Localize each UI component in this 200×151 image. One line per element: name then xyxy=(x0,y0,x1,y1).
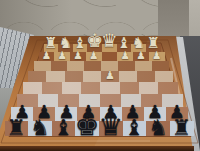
square xyxy=(100,94,121,107)
chess-piece-white-knight: ♞ xyxy=(59,36,72,51)
square: ♜ xyxy=(170,121,194,136)
square xyxy=(65,71,83,82)
square xyxy=(79,94,100,107)
square: ♟ xyxy=(100,107,122,121)
square: ♝ xyxy=(52,121,76,136)
square xyxy=(42,82,61,94)
chess-piece-white-pawn: ♟ xyxy=(89,50,98,61)
square: ♞ xyxy=(28,121,52,136)
chess-piece-black-rook: ♜ xyxy=(6,117,26,139)
square xyxy=(101,61,118,71)
square xyxy=(34,61,51,71)
square xyxy=(158,82,177,94)
square: ♛ xyxy=(102,44,117,52)
chess-piece-black-knight: ♞ xyxy=(148,117,168,139)
square: ♟ xyxy=(166,107,188,121)
square xyxy=(84,61,101,71)
square xyxy=(102,52,118,61)
chess-piece-white-bishop: ♝ xyxy=(117,36,130,51)
chess-piece-black-bishop: ♝ xyxy=(125,117,145,139)
square xyxy=(100,82,119,94)
square: ♝ xyxy=(73,44,88,52)
square: ♟ xyxy=(54,52,70,61)
square xyxy=(139,82,158,94)
square: ♞ xyxy=(131,44,146,52)
square xyxy=(51,61,68,71)
square xyxy=(121,94,142,107)
square xyxy=(152,61,169,71)
board-rank-2: ♟♟♟♟♟♟♟ xyxy=(39,52,165,61)
chess-piece-white-knight: ♞ xyxy=(132,36,145,51)
board-rank-6 xyxy=(17,94,183,107)
square: ♞ xyxy=(58,44,73,52)
chess-piece-white-pawn: ♟ xyxy=(58,50,67,61)
square: ♜ xyxy=(44,44,59,52)
square: ♟ xyxy=(122,107,144,121)
chess-piece-white-bishop: ♝ xyxy=(73,36,86,51)
board-rank-4: ♟ xyxy=(28,71,173,82)
board-rank-3 xyxy=(34,61,169,71)
square xyxy=(81,82,100,94)
square: ♜ xyxy=(146,44,161,52)
chess-piece-black-knight: ♞ xyxy=(30,117,50,139)
square xyxy=(62,82,81,94)
chess-piece-white-pawn: ♟ xyxy=(136,50,145,61)
square: ♟ xyxy=(11,107,33,121)
square: ♜ xyxy=(5,121,29,136)
square: ♝ xyxy=(123,121,147,136)
square: ♟ xyxy=(144,107,166,121)
square: ♟ xyxy=(70,52,86,61)
photo-chess-scene: ♜♞♝♚♛♝♞♜♟♟♟♟♟♟♟♟♟♟♟♟♟♟♟♟♜♞♝♚♛♝♞♜ xyxy=(0,0,200,151)
square xyxy=(119,71,137,82)
square xyxy=(141,94,162,107)
chess-piece-white-pawn: ♟ xyxy=(73,50,82,61)
square xyxy=(23,82,42,94)
chess-piece-black-rook: ♜ xyxy=(172,117,192,139)
square: ♚ xyxy=(75,121,99,136)
square: ♝ xyxy=(117,44,132,52)
board-rank-7: ♟♟♟♟♟♟♟♟ xyxy=(11,107,188,121)
square: ♟ xyxy=(133,52,149,61)
chess-piece-white-rook: ♜ xyxy=(146,36,159,51)
board-rank-8: ♜♞♝♚♛♝♞♜ xyxy=(5,121,194,136)
square xyxy=(137,71,155,82)
chessboard: ♜♞♝♚♛♝♞♜♟♟♟♟♟♟♟♟♟♟♟♟♟♟♟♟♜♞♝♚♛♝♞♜ xyxy=(0,0,200,151)
square xyxy=(120,82,139,94)
square: ♟ xyxy=(117,52,133,61)
square xyxy=(58,94,79,107)
square xyxy=(28,71,46,82)
square: ♟ xyxy=(55,107,77,121)
square xyxy=(67,61,84,71)
chess-piece-white-pawn: ♟ xyxy=(105,70,115,81)
chess-piece-white-rook: ♜ xyxy=(44,36,57,51)
board-rank-5 xyxy=(23,82,178,94)
square xyxy=(118,61,135,71)
square: ♟ xyxy=(149,52,165,61)
chess-piece-white-king: ♚ xyxy=(86,32,103,51)
square: ♟ xyxy=(86,52,102,61)
chess-piece-black-bishop: ♝ xyxy=(54,117,74,139)
square: ♟ xyxy=(101,71,119,82)
square xyxy=(17,94,38,107)
chess-piece-white-queen: ♛ xyxy=(101,32,118,51)
square: ♟ xyxy=(33,107,55,121)
square: ♛ xyxy=(99,121,123,136)
square xyxy=(83,71,101,82)
square: ♟ xyxy=(39,52,55,61)
chess-piece-white-pawn: ♟ xyxy=(121,50,130,61)
chess-piece-white-pawn: ♟ xyxy=(152,50,161,61)
board-rank-1: ♜♞♝♚♛♝♞♜ xyxy=(44,44,161,52)
chess-piece-white-pawn: ♟ xyxy=(42,50,51,61)
square: ♚ xyxy=(87,44,102,52)
square xyxy=(155,71,173,82)
square xyxy=(135,61,152,71)
square: ♟ xyxy=(77,107,99,121)
square xyxy=(162,94,183,107)
square xyxy=(46,71,64,82)
square xyxy=(38,94,59,107)
square: ♞ xyxy=(146,121,170,136)
